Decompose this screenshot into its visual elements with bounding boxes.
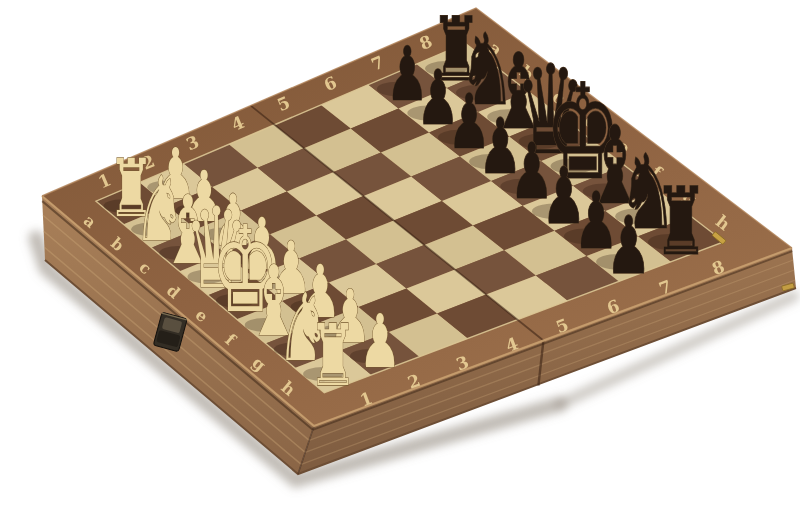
chess-set-photo: aa11bb22cc33dd44ee55ff66gg77hh88♜♟♞♟♝♟♛♟… <box>0 0 800 518</box>
piece-black-rook-h8[interactable]: ♜ <box>654 167 708 277</box>
piece-white-rook-h1[interactable]: ♜ <box>308 306 357 405</box>
piece-white-pawn-h2[interactable]: ♟ <box>359 298 402 385</box>
piece-black-pawn-h7[interactable]: ♟ <box>606 200 652 293</box>
board-svg: aa11bb22cc33dd44ee55ff66gg77hh88♜♟♞♟♝♟♛♟… <box>0 0 800 518</box>
